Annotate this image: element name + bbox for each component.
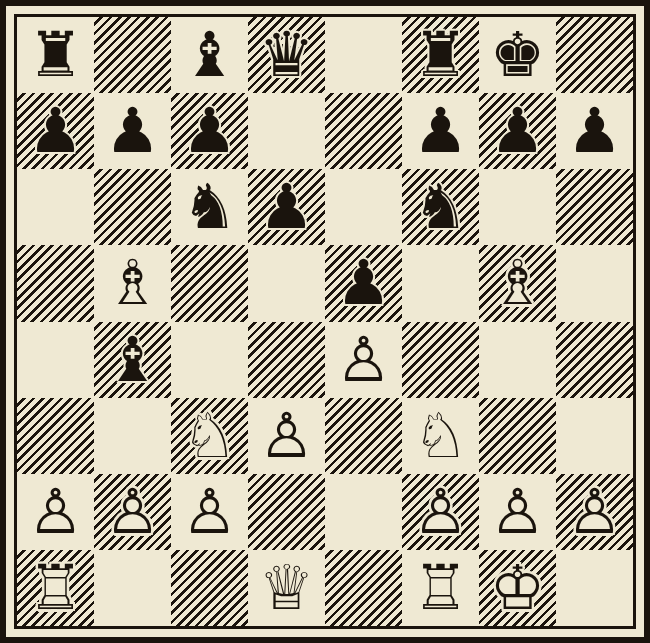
square-f5[interactable] <box>402 245 479 321</box>
square-g3[interactable] <box>479 398 556 474</box>
square-c5[interactable] <box>171 245 248 321</box>
piece-glyph-outline: ♙ <box>325 322 402 398</box>
piece-white-pawn: ♟♙ <box>94 474 171 550</box>
square-g1[interactable]: ♚♔ <box>479 550 556 626</box>
piece-black-pawn: ♟ <box>171 93 248 169</box>
piece-glyph: ♝ <box>171 17 248 93</box>
square-f3[interactable]: ♞♘ <box>402 398 479 474</box>
piece-black-pawn: ♟ <box>17 93 94 169</box>
piece-glyph-outline: ♖ <box>17 550 94 626</box>
square-b1[interactable] <box>94 550 171 626</box>
square-e1[interactable] <box>325 550 402 626</box>
piece-glyph-outline: ♕ <box>248 550 325 626</box>
square-b8[interactable] <box>94 17 171 93</box>
square-h6[interactable] <box>556 169 633 245</box>
square-b3[interactable] <box>94 398 171 474</box>
piece-white-pawn: ♟♙ <box>325 322 402 398</box>
piece-glyph-outline: ♙ <box>171 474 248 550</box>
square-b7[interactable]: ♟ <box>94 93 171 169</box>
square-a3[interactable] <box>17 398 94 474</box>
piece-glyph-outline: ♘ <box>402 398 479 474</box>
square-f1[interactable]: ♜♖ <box>402 550 479 626</box>
piece-glyph: ♟ <box>402 93 479 169</box>
square-f2[interactable]: ♟♙ <box>402 474 479 550</box>
piece-white-pawn: ♟♙ <box>17 474 94 550</box>
square-b6[interactable] <box>94 169 171 245</box>
square-e5[interactable]: ♟ <box>325 245 402 321</box>
square-g6[interactable] <box>479 169 556 245</box>
square-e6[interactable] <box>325 169 402 245</box>
piece-white-knight: ♞♘ <box>402 398 479 474</box>
piece-glyph-outline: ♙ <box>248 398 325 474</box>
square-g2[interactable]: ♟♙ <box>479 474 556 550</box>
chess-diagram-page: ♜♝♛♜♚♟♟♟♟♟♟♞♟♞♝♗♟♝♗♝♟♙♞♘♟♙♞♘♟♙♟♙♟♙♟♙♟♙♟♙… <box>0 0 650 643</box>
piece-glyph-outline: ♙ <box>94 474 171 550</box>
piece-glyph-outline: ♔ <box>479 550 556 626</box>
piece-glyph: ♟ <box>17 93 94 169</box>
square-d4[interactable] <box>248 322 325 398</box>
piece-glyph-outline: ♙ <box>556 474 633 550</box>
square-b4[interactable]: ♝ <box>94 322 171 398</box>
square-h7[interactable]: ♟ <box>556 93 633 169</box>
piece-glyph: ♟ <box>556 93 633 169</box>
piece-black-bishop: ♝ <box>171 17 248 93</box>
square-d5[interactable] <box>248 245 325 321</box>
piece-glyph-outline: ♙ <box>17 474 94 550</box>
square-c3[interactable]: ♞♘ <box>171 398 248 474</box>
piece-glyph-outline: ♙ <box>479 474 556 550</box>
square-c2[interactable]: ♟♙ <box>171 474 248 550</box>
square-a2[interactable]: ♟♙ <box>17 474 94 550</box>
square-d2[interactable] <box>248 474 325 550</box>
square-c6[interactable]: ♞ <box>171 169 248 245</box>
piece-glyph-outline: ♗ <box>94 245 171 321</box>
piece-white-pawn: ♟♙ <box>479 474 556 550</box>
piece-white-bishop: ♝♗ <box>479 245 556 321</box>
piece-white-knight: ♞♘ <box>171 398 248 474</box>
piece-glyph: ♟ <box>171 93 248 169</box>
square-e2[interactable] <box>325 474 402 550</box>
square-f4[interactable] <box>402 322 479 398</box>
piece-black-king: ♚ <box>479 17 556 93</box>
square-f8[interactable]: ♜ <box>402 17 479 93</box>
piece-glyph: ♟ <box>94 93 171 169</box>
square-g7[interactable]: ♟ <box>479 93 556 169</box>
square-h5[interactable] <box>556 245 633 321</box>
piece-glyph-outline: ♗ <box>479 245 556 321</box>
piece-black-pawn: ♟ <box>325 245 402 321</box>
square-f7[interactable]: ♟ <box>402 93 479 169</box>
square-h4[interactable] <box>556 322 633 398</box>
piece-glyph: ♞ <box>402 169 479 245</box>
board-frame: ♜♝♛♜♚♟♟♟♟♟♟♞♟♞♝♗♟♝♗♝♟♙♞♘♟♙♞♘♟♙♟♙♟♙♟♙♟♙♟♙… <box>14 14 636 629</box>
piece-white-rook: ♜♖ <box>17 550 94 626</box>
square-h2[interactable]: ♟♙ <box>556 474 633 550</box>
piece-glyph: ♟ <box>325 245 402 321</box>
square-d1[interactable]: ♛♕ <box>248 550 325 626</box>
square-g4[interactable] <box>479 322 556 398</box>
piece-glyph: ♞ <box>171 169 248 245</box>
square-f6[interactable]: ♞ <box>402 169 479 245</box>
piece-black-pawn: ♟ <box>556 93 633 169</box>
square-g8[interactable]: ♚ <box>479 17 556 93</box>
square-d8[interactable]: ♛ <box>248 17 325 93</box>
piece-black-pawn: ♟ <box>479 93 556 169</box>
square-e4[interactable]: ♟♙ <box>325 322 402 398</box>
piece-black-queen: ♛ <box>248 17 325 93</box>
piece-glyph-outline: ♘ <box>171 398 248 474</box>
piece-white-pawn: ♟♙ <box>171 474 248 550</box>
piece-glyph-outline: ♙ <box>402 474 479 550</box>
square-a5[interactable] <box>17 245 94 321</box>
square-h3[interactable] <box>556 398 633 474</box>
piece-black-rook: ♜ <box>402 17 479 93</box>
square-h8[interactable] <box>556 17 633 93</box>
piece-white-bishop: ♝♗ <box>94 245 171 321</box>
piece-black-knight: ♞ <box>402 169 479 245</box>
square-c1[interactable] <box>171 550 248 626</box>
square-a8[interactable]: ♜ <box>17 17 94 93</box>
square-b5[interactable]: ♝♗ <box>94 245 171 321</box>
piece-black-rook: ♜ <box>17 17 94 93</box>
piece-glyph: ♝ <box>94 322 171 398</box>
square-c8[interactable]: ♝ <box>171 17 248 93</box>
piece-glyph: ♜ <box>402 17 479 93</box>
square-e7[interactable] <box>325 93 402 169</box>
square-h1[interactable] <box>556 550 633 626</box>
piece-white-rook: ♜♖ <box>402 550 479 626</box>
piece-black-pawn: ♟ <box>94 93 171 169</box>
square-a6[interactable] <box>17 169 94 245</box>
piece-glyph: ♚ <box>479 17 556 93</box>
piece-white-pawn: ♟♙ <box>402 474 479 550</box>
piece-white-queen: ♛♕ <box>248 550 325 626</box>
piece-glyph-outline: ♖ <box>402 550 479 626</box>
square-d3[interactable]: ♟♙ <box>248 398 325 474</box>
piece-white-king: ♚♔ <box>479 550 556 626</box>
piece-glyph: ♜ <box>17 17 94 93</box>
square-d6[interactable]: ♟ <box>248 169 325 245</box>
square-a4[interactable] <box>17 322 94 398</box>
square-e8[interactable] <box>325 17 402 93</box>
square-c4[interactable] <box>171 322 248 398</box>
square-e3[interactable] <box>325 398 402 474</box>
piece-glyph: ♟ <box>248 169 325 245</box>
piece-black-pawn: ♟ <box>248 169 325 245</box>
piece-white-pawn: ♟♙ <box>556 474 633 550</box>
square-g5[interactable]: ♝♗ <box>479 245 556 321</box>
piece-glyph: ♟ <box>479 93 556 169</box>
piece-black-knight: ♞ <box>171 169 248 245</box>
chess-board: ♜♝♛♜♚♟♟♟♟♟♟♞♟♞♝♗♟♝♗♝♟♙♞♘♟♙♞♘♟♙♟♙♟♙♟♙♟♙♟♙… <box>17 17 633 626</box>
piece-glyph: ♛ <box>248 17 325 93</box>
square-a1[interactable]: ♜♖ <box>17 550 94 626</box>
piece-white-pawn: ♟♙ <box>248 398 325 474</box>
square-d7[interactable] <box>248 93 325 169</box>
square-a7[interactable]: ♟ <box>17 93 94 169</box>
piece-black-pawn: ♟ <box>402 93 479 169</box>
square-b2[interactable]: ♟♙ <box>94 474 171 550</box>
piece-black-bishop: ♝ <box>94 322 171 398</box>
square-c7[interactable]: ♟ <box>171 93 248 169</box>
